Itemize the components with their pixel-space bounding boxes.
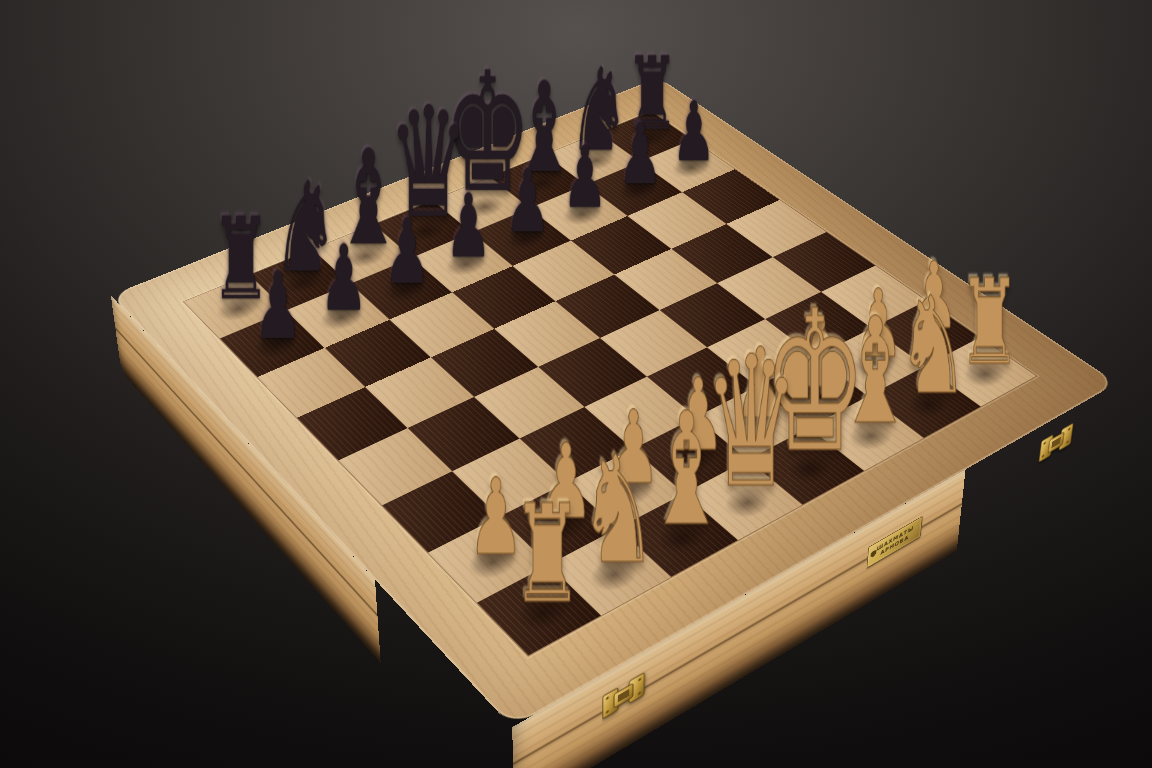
brass-latch-left[interactable] <box>601 669 645 723</box>
white-rook-icon: ♜ <box>467 493 627 618</box>
brass-latch-right[interactable] <box>1038 419 1075 465</box>
square-b5[interactable] <box>365 357 474 428</box>
studio-backdrop: ♜♞♝♛♚♝♞♜♟♟♟♟♟♟♟♟♟♟♟♟♟♟♟♟♜♞♝♛♚♝♞♜ <box>0 0 1152 768</box>
black-pawn-icon: ♟ <box>210 264 347 349</box>
brand-plaque: ШАХМАТЫ АРНОВА <box>867 516 923 569</box>
square-a1[interactable]: ♜ <box>477 565 601 656</box>
